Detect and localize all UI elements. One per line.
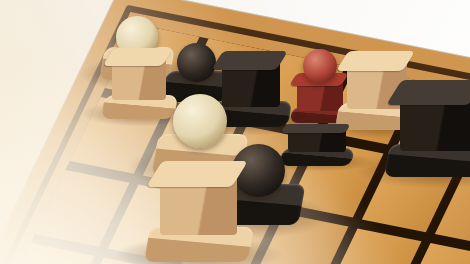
scene: [0, 0, 470, 264]
piece-cube: [160, 163, 237, 235]
piece-cube-top: [280, 124, 351, 133]
piece-ball: [177, 43, 216, 82]
piece-cube: [400, 82, 470, 151]
piece-ball: [303, 49, 337, 83]
piece-cube-top: [146, 161, 248, 187]
piece-stack-natural-cube[interactable]: [147, 164, 251, 262]
piece-cube-top: [386, 80, 470, 105]
pieces-layer: [0, 0, 470, 264]
piece-cube-top: [102, 48, 174, 66]
piece-cube-top: [211, 51, 288, 70]
piece-ball: [173, 94, 227, 148]
piece-stack-black-cube[interactable]: [387, 82, 470, 177]
piece-cube-top: [336, 51, 416, 71]
